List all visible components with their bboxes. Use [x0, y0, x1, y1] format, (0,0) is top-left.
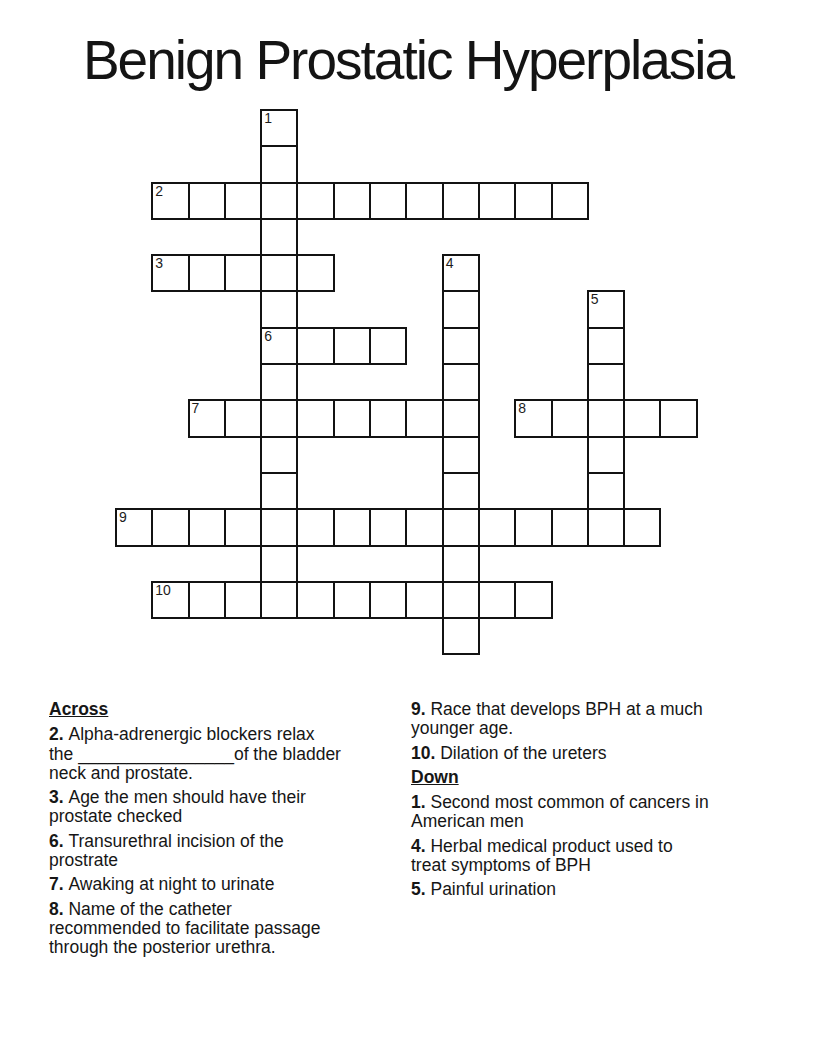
grid-cell[interactable] [405, 182, 443, 220]
grid-cell[interactable] [405, 508, 443, 546]
grid-cell[interactable] [224, 182, 262, 220]
grid-cell[interactable] [296, 254, 334, 292]
down-heading: Down [411, 768, 763, 787]
grid-cell[interactable]: 9 [115, 508, 153, 546]
grid-cell[interactable] [260, 581, 298, 619]
grid-cell[interactable]: 7 [188, 399, 226, 437]
grid-cell[interactable] [551, 182, 589, 220]
grid-cell[interactable] [442, 363, 480, 401]
grid-cell[interactable] [333, 508, 371, 546]
grid-cell[interactable] [587, 327, 625, 365]
cell-number: 5 [591, 292, 599, 307]
grid-cell[interactable] [260, 545, 298, 583]
grid-cell[interactable] [333, 327, 371, 365]
across-clues-left: 2. Alpha-adrenergic blockers relax the _… [49, 725, 384, 957]
grid-cell[interactable]: 8 [514, 399, 552, 437]
clue: 8. Name of the catheter recommended to f… [49, 900, 384, 958]
grid-cell[interactable] [551, 508, 589, 546]
grid-cell[interactable]: 10 [151, 581, 189, 619]
grid-cell[interactable] [260, 290, 298, 328]
grid-cell[interactable] [442, 508, 480, 546]
grid-cell[interactable] [151, 508, 189, 546]
clue-number: 1. [411, 792, 430, 812]
cell-number: 8 [518, 401, 526, 416]
clue: 9. Race that develops BPH at a much youn… [411, 700, 763, 739]
clue-text: Herbal medical product used to treat sym… [411, 836, 673, 875]
clue-text: Transurethral incision of the prostrate [49, 831, 284, 870]
grid-cell[interactable] [369, 182, 407, 220]
grid-cell[interactable] [333, 581, 371, 619]
grid-cell[interactable] [442, 290, 480, 328]
clues-column-right: 9. Race that develops BPH at a much youn… [411, 700, 763, 905]
grid-cell[interactable] [623, 508, 661, 546]
grid-cell[interactable]: 5 [587, 290, 625, 328]
grid-cell[interactable] [260, 436, 298, 474]
grid-cell[interactable] [369, 399, 407, 437]
grid-cell[interactable] [442, 327, 480, 365]
grid-cell[interactable] [224, 581, 262, 619]
crossword-grid: 12345678910 [116, 110, 697, 654]
grid-cell[interactable] [442, 545, 480, 583]
cell-number: 3 [155, 256, 163, 271]
clue-text: Dilation of the ureters [440, 743, 606, 763]
clue-text: Name of the catheter recommended to faci… [49, 899, 320, 958]
clue: 1. Second most common of cancers in Amer… [411, 793, 763, 832]
grid-cell[interactable] [260, 399, 298, 437]
puzzle-title: Benign Prostatic Hyperplasia [0, 33, 816, 88]
clue-number: 9. [411, 699, 430, 719]
grid-cell[interactable] [623, 399, 661, 437]
clue-number: 2. [49, 724, 68, 744]
cell-number: 7 [192, 401, 200, 416]
cell-number: 10 [155, 583, 171, 598]
grid-cell[interactable] [260, 508, 298, 546]
clue-number: 7. [49, 874, 68, 894]
grid-cell[interactable]: 4 [442, 254, 480, 292]
grid-cell[interactable] [478, 508, 516, 546]
grid-cell[interactable] [442, 472, 480, 510]
grid-cell[interactable] [587, 399, 625, 437]
grid-cell[interactable] [587, 508, 625, 546]
clue: 7. Awaking at night to urinate [49, 875, 384, 894]
grid-cell[interactable] [514, 508, 552, 546]
grid-cell[interactable] [514, 581, 552, 619]
grid-cell[interactable] [188, 508, 226, 546]
grid-cell[interactable] [260, 363, 298, 401]
grid-cell[interactable] [442, 182, 480, 220]
grid-cell[interactable] [442, 617, 480, 655]
cell-number: 9 [119, 510, 127, 525]
grid-cell[interactable] [260, 182, 298, 220]
clue: 6. Transurethral incision of the prostra… [49, 832, 384, 871]
clue: 3. Age the men should have their prostat… [49, 788, 384, 827]
grid-cell[interactable] [442, 436, 480, 474]
grid-cell[interactable] [296, 327, 334, 365]
grid-cell[interactable] [587, 436, 625, 474]
grid-cell[interactable] [224, 254, 262, 292]
cell-number: 1 [264, 111, 272, 126]
clue-number: 3. [49, 787, 68, 807]
clue-number: 6. [49, 831, 68, 851]
grid-cell[interactable]: 1 [260, 109, 298, 147]
grid-cell[interactable] [405, 399, 443, 437]
grid-cell[interactable] [587, 472, 625, 510]
grid-cell[interactable] [188, 182, 226, 220]
grid-cell[interactable]: 2 [151, 182, 189, 220]
grid-cell[interactable] [551, 399, 589, 437]
clue-number: 8. [49, 899, 68, 919]
clue-text: Alpha-adrenergic blockers relax the ____… [49, 724, 341, 783]
across-clues-right: 9. Race that develops BPH at a much youn… [411, 700, 763, 763]
grid-cell[interactable] [478, 581, 516, 619]
grid-cell[interactable] [260, 218, 298, 256]
grid-cell[interactable] [369, 508, 407, 546]
grid-cell[interactable] [405, 581, 443, 619]
grid-cell[interactable] [296, 182, 334, 220]
grid-cell[interactable]: 6 [260, 327, 298, 365]
grid-cell[interactable] [260, 254, 298, 292]
grid-cell[interactable]: 3 [151, 254, 189, 292]
grid-cell[interactable] [333, 182, 371, 220]
clue-text: Painful urination [430, 879, 556, 899]
clue: 10. Dilation of the ureters [411, 744, 763, 763]
clues-column-left: Across 2. Alpha-adrenergic blockers rela… [49, 700, 384, 963]
clue-number: 10. [411, 743, 440, 763]
grid-cell[interactable] [442, 581, 480, 619]
clue-number: 4. [411, 836, 430, 856]
clue-text: Second most common of cancers in America… [411, 792, 709, 831]
cell-number: 2 [155, 184, 163, 199]
grid-cell[interactable] [333, 399, 371, 437]
grid-cell[interactable] [296, 581, 334, 619]
grid-cell[interactable] [224, 508, 262, 546]
grid-cell[interactable] [659, 399, 697, 437]
grid-cell[interactable] [188, 581, 226, 619]
grid-cell[interactable] [478, 182, 516, 220]
cell-number: 4 [446, 256, 454, 271]
down-clues: 1. Second most common of cancers in Amer… [411, 793, 763, 899]
clue-text: Race that develops BPH at a much younger… [411, 699, 703, 738]
grid-cell[interactable] [188, 254, 226, 292]
grid-cell[interactable] [514, 182, 552, 220]
grid-cell[interactable] [587, 363, 625, 401]
clue-text: Age the men should have their prostate c… [49, 787, 306, 826]
worksheet-page: Benign Prostatic Hyperplasia 12345678910… [0, 0, 816, 1056]
clue-text: Awaking at night to urinate [68, 874, 274, 894]
across-heading: Across [49, 700, 384, 719]
grid-cell[interactable] [296, 508, 334, 546]
clue-number: 5. [411, 879, 430, 899]
grid-cell[interactable] [224, 399, 262, 437]
grid-cell[interactable] [369, 581, 407, 619]
grid-cell[interactable] [369, 327, 407, 365]
cell-number: 6 [264, 329, 272, 344]
grid-cell[interactable] [442, 399, 480, 437]
clue: 4. Herbal medical product used to treat … [411, 837, 763, 876]
grid-cell[interactable] [260, 472, 298, 510]
grid-cell[interactable] [296, 399, 334, 437]
clue: 5. Painful urination [411, 880, 763, 899]
grid-cell[interactable] [260, 145, 298, 183]
clue: 2. Alpha-adrenergic blockers relax the _… [49, 725, 384, 783]
